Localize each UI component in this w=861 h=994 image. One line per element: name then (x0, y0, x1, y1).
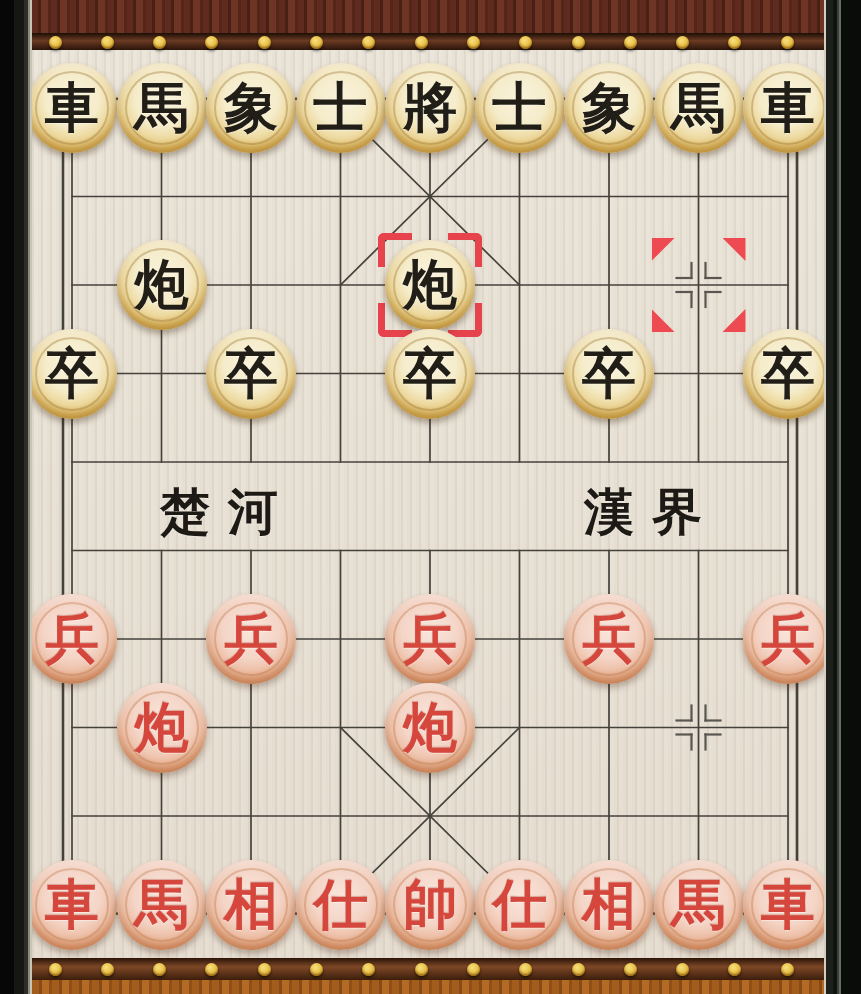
gold-stud (728, 36, 741, 49)
stud-rail-top (32, 33, 824, 50)
piece-black-advisor[interactable]: 士 (475, 63, 565, 153)
piece-character: 兵 (224, 612, 278, 666)
gold-stud (519, 963, 532, 976)
piece-character: 馬 (135, 878, 189, 932)
gold-stud (310, 963, 323, 976)
gold-stud (310, 36, 323, 49)
piece-red-horse[interactable]: 馬 (654, 860, 744, 950)
piece-character: 兵 (403, 612, 457, 666)
piece-character: 馬 (672, 878, 726, 932)
piece-black-advisor[interactable]: 士 (296, 63, 386, 153)
piece-red-soldier[interactable]: 兵 (743, 594, 833, 684)
piece-character: 車 (45, 81, 99, 135)
piece-character: 馬 (672, 81, 726, 135)
piece-red-elephant[interactable]: 相 (206, 860, 296, 950)
gold-stud (258, 963, 271, 976)
piece-red-cannon[interactable]: 炮 (117, 683, 207, 773)
xiangqi-board[interactable]: 楚河 漢界 車馬象士將士象馬車炮炮卒卒卒卒卒兵兵兵兵兵炮炮車馬相仕帥仕相馬車 (32, 50, 824, 958)
piece-red-advisor[interactable]: 仕 (475, 860, 565, 950)
piece-black-elephant[interactable]: 象 (206, 63, 296, 153)
xiangqi-app: 楚河 漢界 車馬象士將士象馬車炮炮卒卒卒卒卒兵兵兵兵兵炮炮車馬相仕帥仕相馬車 (0, 0, 861, 994)
gold-stud (781, 963, 794, 976)
piece-character: 卒 (224, 347, 278, 401)
gold-stud (49, 36, 62, 49)
piece-black-horse[interactable]: 馬 (654, 63, 744, 153)
gold-stud (467, 963, 480, 976)
piece-character: 士 (314, 81, 368, 135)
piece-red-horse[interactable]: 馬 (117, 860, 207, 950)
piece-red-elephant[interactable]: 相 (564, 860, 654, 950)
gold-stud (624, 36, 637, 49)
gold-stud (205, 963, 218, 976)
wood-frame-bottom (32, 980, 824, 994)
piece-character: 象 (224, 81, 278, 135)
piece-black-chariot[interactable]: 車 (743, 63, 833, 153)
piece-character: 炮 (403, 701, 457, 755)
piece-black-cannon[interactable]: 炮 (117, 240, 207, 330)
piece-black-general[interactable]: 將 (385, 63, 475, 153)
stud-rail-bottom (32, 958, 824, 980)
gold-stud (781, 36, 794, 49)
piece-character: 兵 (582, 612, 636, 666)
piece-character: 相 (582, 878, 636, 932)
gold-stud (415, 963, 428, 976)
gold-stud (258, 36, 271, 49)
piece-black-soldier[interactable]: 卒 (564, 329, 654, 419)
piece-character: 仕 (493, 878, 547, 932)
river-label-right: 漢界 (584, 479, 720, 546)
piece-black-soldier[interactable]: 卒 (385, 329, 475, 419)
piece-character: 相 (224, 878, 278, 932)
gold-stud (101, 963, 114, 976)
piece-character: 馬 (135, 81, 189, 135)
piece-character: 象 (582, 81, 636, 135)
piece-red-advisor[interactable]: 仕 (296, 860, 386, 950)
piece-character: 炮 (135, 258, 189, 312)
piece-black-chariot[interactable]: 車 (27, 63, 117, 153)
piece-character: 士 (493, 81, 547, 135)
gold-stud (519, 36, 532, 49)
wood-frame-top (32, 0, 824, 33)
piece-red-soldier[interactable]: 兵 (564, 594, 654, 684)
piece-character: 車 (45, 878, 99, 932)
frame-band-right (824, 0, 861, 994)
piece-character: 帥 (403, 878, 457, 932)
river-label-left: 楚河 (160, 479, 296, 546)
piece-character: 兵 (761, 612, 815, 666)
gold-stud (153, 963, 166, 976)
piece-black-soldier[interactable]: 卒 (27, 329, 117, 419)
piece-red-chariot[interactable]: 車 (743, 860, 833, 950)
gold-stud (205, 36, 218, 49)
piece-character: 將 (403, 81, 457, 135)
piece-red-soldier[interactable]: 兵 (385, 594, 475, 684)
piece-red-soldier[interactable]: 兵 (206, 594, 296, 684)
gold-stud (362, 36, 375, 49)
piece-black-elephant[interactable]: 象 (564, 63, 654, 153)
gold-stud (362, 963, 375, 976)
piece-character: 仕 (314, 878, 368, 932)
gold-stud (572, 963, 585, 976)
gold-stud (676, 963, 689, 976)
piece-black-soldier[interactable]: 卒 (206, 329, 296, 419)
piece-character: 車 (761, 81, 815, 135)
gold-stud (467, 36, 480, 49)
gold-stud (624, 963, 637, 976)
piece-character: 卒 (403, 347, 457, 401)
gold-stud (728, 963, 741, 976)
piece-red-soldier[interactable]: 兵 (27, 594, 117, 684)
piece-red-chariot[interactable]: 車 (27, 860, 117, 950)
piece-black-cannon[interactable]: 炮 (385, 240, 475, 330)
gold-stud (572, 36, 585, 49)
piece-character: 車 (761, 878, 815, 932)
piece-red-general[interactable]: 帥 (385, 860, 475, 950)
gold-stud (676, 36, 689, 49)
piece-character: 卒 (761, 347, 815, 401)
piece-character: 卒 (582, 347, 636, 401)
piece-black-horse[interactable]: 馬 (117, 63, 207, 153)
gold-stud (101, 36, 114, 49)
gold-stud (415, 36, 428, 49)
piece-character: 炮 (135, 701, 189, 755)
piece-character: 卒 (45, 347, 99, 401)
gold-stud (153, 36, 166, 49)
piece-character: 炮 (403, 258, 457, 312)
piece-character: 兵 (45, 612, 99, 666)
frame-band-left (0, 0, 32, 994)
piece-red-cannon[interactable]: 炮 (385, 683, 475, 773)
gold-stud (49, 963, 62, 976)
piece-black-soldier[interactable]: 卒 (743, 329, 833, 419)
